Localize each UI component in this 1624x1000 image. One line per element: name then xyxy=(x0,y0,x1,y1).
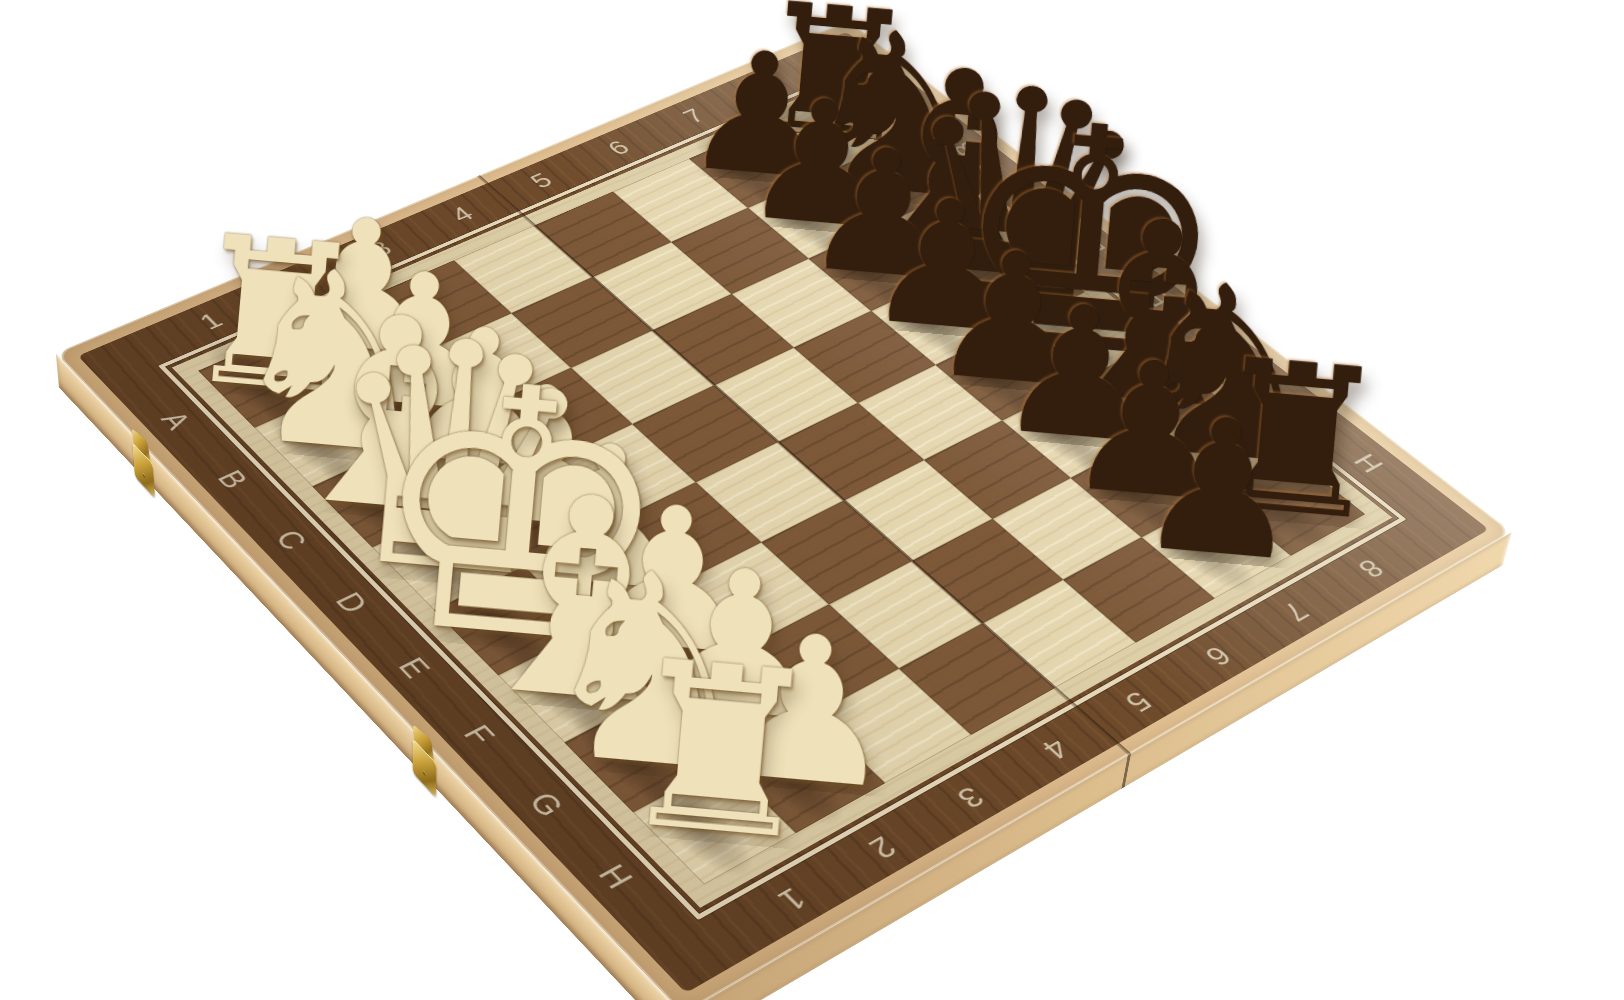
fold-seam-side xyxy=(1121,753,1131,789)
white-rook: ♜ xyxy=(488,618,954,886)
perspective-scene: AA11BB22CC33DD44EE55FF66GG77HH88 ♜♞♝♛♚♝♞… xyxy=(0,0,1624,1000)
chess-board-box: AA11BB22CC33DD44EE55FF66GG77HH88 ♜♞♝♛♚♝♞… xyxy=(56,21,1512,1000)
camera-roll-wrapper: AA11BB22CC33DD44EE55FF66GG77HH88 ♜♞♝♛♚♝♞… xyxy=(0,0,1624,1000)
black-pawn: ♟ xyxy=(1010,378,1433,599)
photo-stage: AA11BB22CC33DD44EE55FF66GG77HH88 ♜♞♝♛♚♝♞… xyxy=(0,0,1624,1000)
